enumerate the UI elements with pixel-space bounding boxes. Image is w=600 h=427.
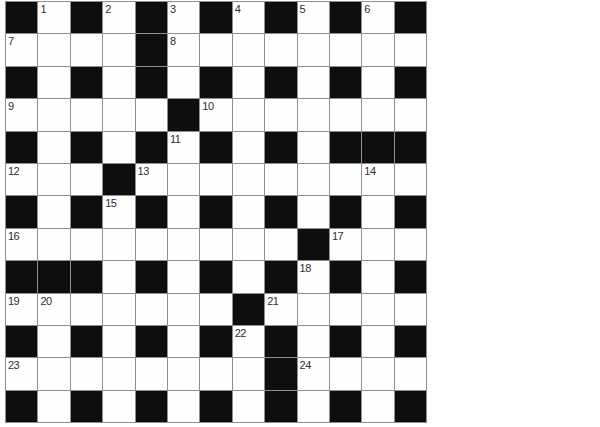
white-cell-r6c9[interactable] bbox=[298, 196, 329, 227]
white-cell-r11c7[interactable] bbox=[233, 358, 264, 389]
white-cell-r3c11[interactable] bbox=[362, 99, 393, 130]
white-cell-r7c12[interactable] bbox=[395, 229, 426, 260]
black-cell-r6c4 bbox=[136, 196, 167, 227]
white-cell-r9c5[interactable] bbox=[168, 294, 199, 325]
black-cell-r7c9 bbox=[298, 229, 329, 260]
white-cell-r9c10[interactable] bbox=[330, 294, 361, 325]
white-cell-r3c0[interactable]: 9 bbox=[6, 99, 37, 130]
black-cell-r8c1 bbox=[38, 261, 69, 292]
black-cell-r2c6 bbox=[200, 67, 231, 98]
black-cell-r8c4 bbox=[136, 261, 167, 292]
white-cell-r12c9[interactable] bbox=[298, 391, 329, 422]
black-cell-r2c10 bbox=[330, 67, 361, 98]
black-cell-r8c12 bbox=[395, 261, 426, 292]
white-cell-r9c11[interactable] bbox=[362, 294, 393, 325]
white-cell-r9c4[interactable] bbox=[136, 294, 167, 325]
black-cell-r2c12 bbox=[395, 67, 426, 98]
white-cell-r1c8[interactable] bbox=[265, 34, 296, 65]
white-cell-r2c3[interactable] bbox=[103, 67, 134, 98]
black-cell-r6c10 bbox=[330, 196, 361, 227]
black-cell-r0c8 bbox=[265, 2, 296, 33]
black-cell-r0c2 bbox=[71, 2, 102, 33]
white-cell-r7c7[interactable] bbox=[233, 229, 264, 260]
white-cell-r2c5[interactable] bbox=[168, 67, 199, 98]
white-cell-r6c11[interactable] bbox=[362, 196, 393, 227]
white-cell-r4c1[interactable] bbox=[38, 132, 69, 163]
white-cell-r1c3[interactable] bbox=[103, 34, 134, 65]
clue-number: 18 bbox=[300, 262, 311, 274]
white-cell-r0c5[interactable]: 3 bbox=[168, 2, 199, 33]
white-cell-r1c12[interactable] bbox=[395, 34, 426, 65]
clue-number: 1 bbox=[40, 3, 46, 15]
black-cell-r10c4 bbox=[136, 326, 167, 357]
white-cell-r3c7[interactable] bbox=[233, 99, 264, 130]
white-cell-r7c5[interactable] bbox=[168, 229, 199, 260]
white-cell-r1c11[interactable] bbox=[362, 34, 393, 65]
white-cell-r11c5[interactable] bbox=[168, 358, 199, 389]
black-cell-r4c12 bbox=[395, 132, 426, 163]
white-cell-r2c11[interactable] bbox=[362, 67, 393, 98]
white-cell-r12c7[interactable] bbox=[233, 391, 264, 422]
white-cell-r11c1[interactable] bbox=[38, 358, 69, 389]
clue-number: 6 bbox=[364, 3, 370, 15]
white-cell-r7c11[interactable] bbox=[362, 229, 393, 260]
black-cell-r10c0 bbox=[6, 326, 37, 357]
white-cell-r11c6[interactable] bbox=[200, 358, 231, 389]
black-cell-r4c0 bbox=[6, 132, 37, 163]
black-cell-r12c8 bbox=[265, 391, 296, 422]
white-cell-r7c10[interactable]: 17 bbox=[330, 229, 361, 260]
white-cell-r5c2[interactable] bbox=[71, 164, 102, 195]
white-cell-r8c7[interactable] bbox=[233, 261, 264, 292]
white-cell-r1c9[interactable] bbox=[298, 34, 329, 65]
clue-number: 20 bbox=[40, 295, 51, 307]
white-cell-r3c4[interactable] bbox=[136, 99, 167, 130]
white-cell-r12c5[interactable] bbox=[168, 391, 199, 422]
white-cell-r1c6[interactable] bbox=[200, 34, 231, 65]
white-cell-r6c7[interactable] bbox=[233, 196, 264, 227]
white-cell-r4c5[interactable]: 11 bbox=[168, 132, 199, 163]
black-cell-r2c4 bbox=[136, 67, 167, 98]
white-cell-r5c7[interactable] bbox=[233, 164, 264, 195]
white-cell-r9c3[interactable] bbox=[103, 294, 134, 325]
white-cell-r3c2[interactable] bbox=[71, 99, 102, 130]
clue-number: 17 bbox=[332, 230, 343, 242]
black-cell-r12c0 bbox=[6, 391, 37, 422]
black-cell-r12c2 bbox=[71, 391, 102, 422]
clue-number: 15 bbox=[105, 197, 116, 209]
black-cell-r6c0 bbox=[6, 196, 37, 227]
white-cell-r0c7[interactable]: 4 bbox=[233, 2, 264, 33]
clue-number: 23 bbox=[8, 359, 19, 371]
black-cell-r0c12 bbox=[395, 2, 426, 33]
black-cell-r1c4 bbox=[136, 34, 167, 65]
clue-number: 22 bbox=[235, 327, 246, 339]
black-cell-r10c6 bbox=[200, 326, 231, 357]
clue-number: 11 bbox=[170, 133, 180, 145]
black-cell-r4c4 bbox=[136, 132, 167, 163]
black-cell-r8c6 bbox=[200, 261, 231, 292]
black-cell-r10c10 bbox=[330, 326, 361, 357]
white-cell-r3c6[interactable]: 10 bbox=[200, 99, 231, 130]
black-cell-r0c10 bbox=[330, 2, 361, 33]
clue-number: 19 bbox=[8, 295, 19, 307]
white-cell-r9c1[interactable]: 20 bbox=[38, 294, 69, 325]
white-cell-r12c11[interactable] bbox=[362, 391, 393, 422]
white-cell-r11c9[interactable]: 24 bbox=[298, 358, 329, 389]
white-cell-r8c9[interactable]: 18 bbox=[298, 261, 329, 292]
clue-number: 3 bbox=[170, 3, 176, 15]
clue-number: 12 bbox=[8, 165, 19, 177]
black-cell-r4c8 bbox=[265, 132, 296, 163]
crossword-grid: 123456789101112131415161718192021222324 bbox=[5, 1, 427, 423]
black-cell-r10c2 bbox=[71, 326, 102, 357]
white-cell-r3c10[interactable] bbox=[330, 99, 361, 130]
white-cell-r7c2[interactable] bbox=[71, 229, 102, 260]
black-cell-r8c8 bbox=[265, 261, 296, 292]
black-cell-r2c0 bbox=[6, 67, 37, 98]
white-cell-r11c3[interactable] bbox=[103, 358, 134, 389]
white-cell-r4c7[interactable] bbox=[233, 132, 264, 163]
white-cell-r6c5[interactable] bbox=[168, 196, 199, 227]
white-cell-r0c9[interactable]: 5 bbox=[298, 2, 329, 33]
black-cell-r0c0 bbox=[6, 2, 37, 33]
black-cell-r0c4 bbox=[136, 2, 167, 33]
white-cell-r5c12[interactable] bbox=[395, 164, 426, 195]
black-cell-r10c12 bbox=[395, 326, 426, 357]
black-cell-r2c2 bbox=[71, 67, 102, 98]
black-cell-r6c8 bbox=[265, 196, 296, 227]
clue-number: 2 bbox=[105, 3, 111, 15]
white-cell-r9c8[interactable]: 21 bbox=[265, 294, 296, 325]
white-cell-r3c9[interactable] bbox=[298, 99, 329, 130]
clue-number: 16 bbox=[8, 230, 19, 242]
white-cell-r7c4[interactable] bbox=[136, 229, 167, 260]
black-cell-r4c2 bbox=[71, 132, 102, 163]
white-cell-r1c5[interactable]: 8 bbox=[168, 34, 199, 65]
white-cell-r1c7[interactable] bbox=[233, 34, 264, 65]
black-cell-r8c0 bbox=[6, 261, 37, 292]
white-cell-r1c10[interactable] bbox=[330, 34, 361, 65]
black-cell-r3c5 bbox=[168, 99, 199, 130]
black-cell-r6c12 bbox=[395, 196, 426, 227]
white-cell-r9c6[interactable] bbox=[200, 294, 231, 325]
white-cell-r10c7[interactable]: 22 bbox=[233, 326, 264, 357]
black-cell-r4c6 bbox=[200, 132, 231, 163]
white-cell-r7c0[interactable]: 16 bbox=[6, 229, 37, 260]
white-cell-r2c7[interactable] bbox=[233, 67, 264, 98]
white-cell-r12c1[interactable] bbox=[38, 391, 69, 422]
black-cell-r0c6 bbox=[200, 2, 231, 33]
white-cell-r0c3[interactable]: 2 bbox=[103, 2, 134, 33]
white-cell-r9c9[interactable] bbox=[298, 294, 329, 325]
clue-number: 9 bbox=[8, 100, 14, 112]
clue-number: 13 bbox=[138, 165, 149, 177]
white-cell-r4c3[interactable] bbox=[103, 132, 134, 163]
clue-number: 14 bbox=[364, 165, 375, 177]
white-cell-r9c0[interactable]: 19 bbox=[6, 294, 37, 325]
white-cell-r6c3[interactable]: 15 bbox=[103, 196, 134, 227]
white-cell-r5c6[interactable] bbox=[200, 164, 231, 195]
white-cell-r7c6[interactable] bbox=[200, 229, 231, 260]
black-cell-r9c7 bbox=[233, 294, 264, 325]
black-cell-r6c2 bbox=[71, 196, 102, 227]
white-cell-r7c8[interactable] bbox=[265, 229, 296, 260]
white-cell-r10c1[interactable] bbox=[38, 326, 69, 357]
black-cell-r8c2 bbox=[71, 261, 102, 292]
white-cell-r8c3[interactable] bbox=[103, 261, 134, 292]
white-cell-r12c3[interactable] bbox=[103, 391, 134, 422]
white-cell-r1c0[interactable]: 7 bbox=[6, 34, 37, 65]
clue-number: 10 bbox=[202, 100, 213, 112]
white-cell-r9c12[interactable] bbox=[395, 294, 426, 325]
black-cell-r4c10 bbox=[330, 132, 361, 163]
white-cell-r5c11[interactable]: 14 bbox=[362, 164, 393, 195]
white-cell-r4c9[interactable] bbox=[298, 132, 329, 163]
white-cell-r11c2[interactable] bbox=[71, 358, 102, 389]
page-background: 123456789101112131415161718192021222324 bbox=[0, 0, 600, 427]
black-cell-r10c8 bbox=[265, 326, 296, 357]
white-cell-r0c11[interactable]: 6 bbox=[362, 2, 393, 33]
white-cell-r5c5[interactable] bbox=[168, 164, 199, 195]
white-cell-r11c0[interactable]: 23 bbox=[6, 358, 37, 389]
clue-number: 24 bbox=[300, 359, 311, 371]
white-cell-r3c3[interactable] bbox=[103, 99, 134, 130]
white-cell-r2c1[interactable] bbox=[38, 67, 69, 98]
black-cell-r12c6 bbox=[200, 391, 231, 422]
white-cell-r5c9[interactable] bbox=[298, 164, 329, 195]
black-cell-r8c10 bbox=[330, 261, 361, 292]
white-cell-r9c2[interactable] bbox=[71, 294, 102, 325]
clue-number: 7 bbox=[8, 35, 14, 47]
black-cell-r5c3 bbox=[103, 164, 134, 195]
white-cell-r3c12[interactable] bbox=[395, 99, 426, 130]
white-cell-r3c1[interactable] bbox=[38, 99, 69, 130]
white-cell-r1c1[interactable] bbox=[38, 34, 69, 65]
white-cell-r0c1[interactable]: 1 bbox=[38, 2, 69, 33]
white-cell-r5c8[interactable] bbox=[265, 164, 296, 195]
white-cell-r1c2[interactable] bbox=[71, 34, 102, 65]
black-cell-r4c11 bbox=[362, 132, 393, 163]
black-cell-r12c10 bbox=[330, 391, 361, 422]
black-cell-r12c4 bbox=[136, 391, 167, 422]
white-cell-r11c10[interactable] bbox=[330, 358, 361, 389]
black-cell-r6c6 bbox=[200, 196, 231, 227]
white-cell-r5c10[interactable] bbox=[330, 164, 361, 195]
white-cell-r11c12[interactable] bbox=[395, 358, 426, 389]
white-cell-r10c5[interactable] bbox=[168, 326, 199, 357]
white-cell-r10c11[interactable] bbox=[362, 326, 393, 357]
white-cell-r3c8[interactable] bbox=[265, 99, 296, 130]
black-cell-r12c12 bbox=[395, 391, 426, 422]
white-cell-r11c11[interactable] bbox=[362, 358, 393, 389]
white-cell-r7c1[interactable] bbox=[38, 229, 69, 260]
clue-number: 4 bbox=[235, 3, 241, 15]
white-cell-r8c5[interactable] bbox=[168, 261, 199, 292]
black-cell-r11c8 bbox=[265, 358, 296, 389]
white-cell-r11c4[interactable] bbox=[136, 358, 167, 389]
clue-number: 21 bbox=[267, 295, 278, 307]
white-cell-r7c3[interactable] bbox=[103, 229, 134, 260]
white-cell-r5c4[interactable]: 13 bbox=[136, 164, 167, 195]
clue-number: 5 bbox=[300, 3, 306, 15]
white-cell-r10c3[interactable] bbox=[103, 326, 134, 357]
white-cell-r2c9[interactable] bbox=[298, 67, 329, 98]
white-cell-r8c11[interactable] bbox=[362, 261, 393, 292]
black-cell-r2c8 bbox=[265, 67, 296, 98]
white-cell-r10c9[interactable] bbox=[298, 326, 329, 357]
clue-number: 8 bbox=[170, 35, 176, 47]
white-cell-r5c0[interactable]: 12 bbox=[6, 164, 37, 195]
white-cell-r5c1[interactable] bbox=[38, 164, 69, 195]
white-cell-r6c1[interactable] bbox=[38, 196, 69, 227]
